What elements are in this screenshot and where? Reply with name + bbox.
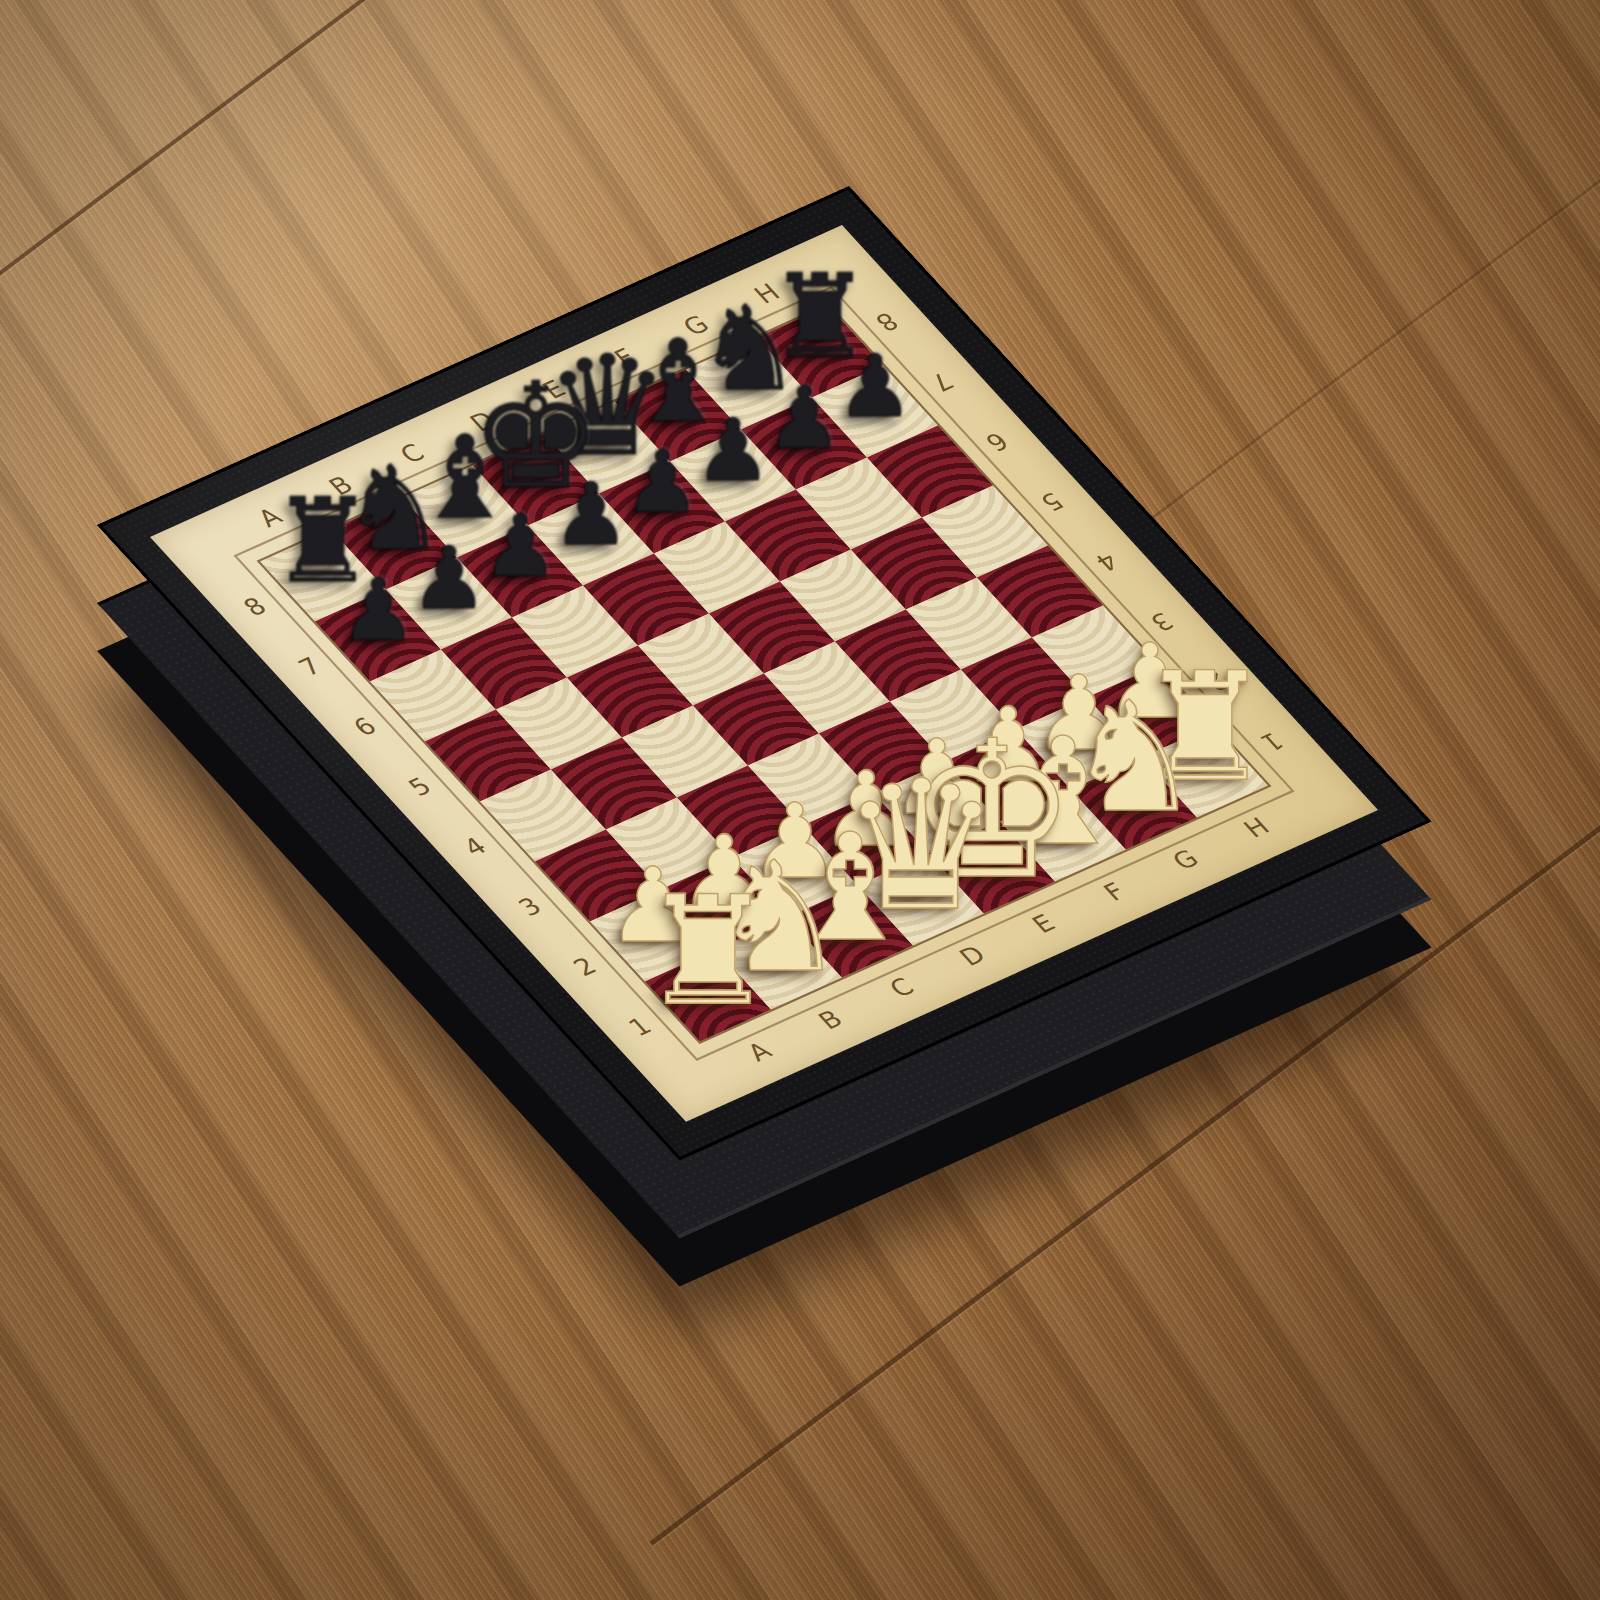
black-pawn-icon: ♟ bbox=[481, 503, 558, 589]
white-rook-icon: ♜ bbox=[641, 876, 775, 1026]
black-pawn-icon: ♟ bbox=[552, 471, 629, 557]
black-pawn-icon: ♟ bbox=[836, 343, 913, 429]
black-pawn-icon: ♟ bbox=[410, 535, 487, 621]
wood-grain-seam bbox=[0, 0, 455, 330]
black-pawn-icon: ♟ bbox=[339, 567, 416, 653]
black-pawn-icon: ♟ bbox=[765, 375, 842, 461]
black-pawn-icon: ♟ bbox=[623, 439, 700, 525]
photo-travel-chess-set: { "game": "chess", "scene": { "descripti… bbox=[0, 0, 1600, 1600]
black-pawn-icon: ♟ bbox=[694, 407, 771, 493]
